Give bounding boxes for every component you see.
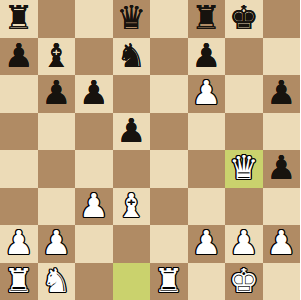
square-a1[interactable]: ♜ bbox=[0, 263, 38, 300]
square-h8[interactable] bbox=[263, 0, 301, 38]
square-b2[interactable]: ♟ bbox=[38, 225, 76, 263]
white-king-piece[interactable]: ♚ bbox=[229, 262, 259, 300]
square-b5[interactable] bbox=[38, 113, 76, 151]
white-queen-piece[interactable]: ♛ bbox=[229, 149, 259, 187]
white-knight-piece[interactable]: ♞ bbox=[41, 262, 71, 300]
square-c1[interactable] bbox=[75, 263, 113, 300]
square-d1[interactable] bbox=[113, 263, 151, 300]
square-a5[interactable] bbox=[0, 113, 38, 151]
square-h7[interactable] bbox=[263, 38, 301, 76]
white-bishop-piece[interactable]: ♝ bbox=[116, 187, 146, 225]
square-g7[interactable] bbox=[225, 38, 263, 76]
black-pawn-piece[interactable]: ♟ bbox=[4, 37, 34, 75]
square-a6[interactable] bbox=[0, 75, 38, 113]
white-rook-piece[interactable]: ♜ bbox=[4, 262, 34, 300]
black-knight-piece[interactable]: ♞ bbox=[116, 37, 146, 75]
square-f1[interactable] bbox=[188, 263, 226, 300]
square-a4[interactable] bbox=[0, 150, 38, 188]
square-g2[interactable]: ♟ bbox=[225, 225, 263, 263]
square-c2[interactable] bbox=[75, 225, 113, 263]
square-b1[interactable]: ♞ bbox=[38, 263, 76, 300]
square-f5[interactable] bbox=[188, 113, 226, 151]
black-pawn-piece[interactable]: ♟ bbox=[116, 112, 146, 150]
square-b3[interactable] bbox=[38, 188, 76, 226]
square-e7[interactable] bbox=[150, 38, 188, 76]
square-h6[interactable]: ♟ bbox=[263, 75, 301, 113]
black-pawn-piece[interactable]: ♟ bbox=[266, 74, 296, 112]
square-d2[interactable] bbox=[113, 225, 151, 263]
square-e3[interactable] bbox=[150, 188, 188, 226]
square-f3[interactable] bbox=[188, 188, 226, 226]
black-pawn-piece[interactable]: ♟ bbox=[41, 74, 71, 112]
white-pawn-piece[interactable]: ♟ bbox=[229, 224, 259, 262]
square-f8[interactable]: ♜ bbox=[188, 0, 226, 38]
square-e8[interactable] bbox=[150, 0, 188, 38]
square-b4[interactable] bbox=[38, 150, 76, 188]
square-a2[interactable]: ♟ bbox=[0, 225, 38, 263]
square-h4[interactable]: ♟ bbox=[263, 150, 301, 188]
square-e1[interactable]: ♜ bbox=[150, 263, 188, 300]
square-e6[interactable] bbox=[150, 75, 188, 113]
square-f7[interactable]: ♟ bbox=[188, 38, 226, 76]
square-c3[interactable]: ♟ bbox=[75, 188, 113, 226]
square-g5[interactable] bbox=[225, 113, 263, 151]
black-rook-piece[interactable]: ♜ bbox=[4, 0, 34, 37]
white-pawn-piece[interactable]: ♟ bbox=[191, 224, 221, 262]
square-c6[interactable]: ♟ bbox=[75, 75, 113, 113]
square-c8[interactable] bbox=[75, 0, 113, 38]
black-rook-piece[interactable]: ♜ bbox=[191, 0, 221, 37]
square-c5[interactable] bbox=[75, 113, 113, 151]
square-d4[interactable] bbox=[113, 150, 151, 188]
square-d5[interactable]: ♟ bbox=[113, 113, 151, 151]
square-g3[interactable] bbox=[225, 188, 263, 226]
square-a3[interactable] bbox=[0, 188, 38, 226]
white-pawn-piece[interactable]: ♟ bbox=[79, 187, 109, 225]
square-b8[interactable] bbox=[38, 0, 76, 38]
square-f2[interactable]: ♟ bbox=[188, 225, 226, 263]
square-c7[interactable] bbox=[75, 38, 113, 76]
square-d6[interactable] bbox=[113, 75, 151, 113]
square-e2[interactable] bbox=[150, 225, 188, 263]
square-g8[interactable]: ♚ bbox=[225, 0, 263, 38]
square-f4[interactable] bbox=[188, 150, 226, 188]
square-h3[interactable] bbox=[263, 188, 301, 226]
square-a7[interactable]: ♟ bbox=[0, 38, 38, 76]
white-pawn-piece[interactable]: ♟ bbox=[191, 74, 221, 112]
square-d3[interactable]: ♝ bbox=[113, 188, 151, 226]
white-rook-piece[interactable]: ♜ bbox=[154, 262, 184, 300]
black-bishop-piece[interactable]: ♝ bbox=[41, 37, 71, 75]
square-f6[interactable]: ♟ bbox=[188, 75, 226, 113]
black-queen-piece[interactable]: ♛ bbox=[116, 0, 146, 37]
square-h1[interactable] bbox=[263, 263, 301, 300]
square-e5[interactable] bbox=[150, 113, 188, 151]
chess-board-container: ♜♛♜♚♟♝♞♟♟♟♟♟♟♛♟♟♝♟♟♟♟♟♜♞♜♚ bbox=[0, 0, 300, 300]
square-g4[interactable]: ♛ bbox=[225, 150, 263, 188]
square-g6[interactable] bbox=[225, 75, 263, 113]
white-pawn-piece[interactable]: ♟ bbox=[266, 224, 296, 262]
square-d8[interactable]: ♛ bbox=[113, 0, 151, 38]
square-b7[interactable]: ♝ bbox=[38, 38, 76, 76]
black-pawn-piece[interactable]: ♟ bbox=[191, 37, 221, 75]
square-d7[interactable]: ♞ bbox=[113, 38, 151, 76]
square-g1[interactable]: ♚ bbox=[225, 263, 263, 300]
white-pawn-piece[interactable]: ♟ bbox=[41, 224, 71, 262]
white-pawn-piece[interactable]: ♟ bbox=[4, 224, 34, 262]
square-h2[interactable]: ♟ bbox=[263, 225, 301, 263]
square-a8[interactable]: ♜ bbox=[0, 0, 38, 38]
square-h5[interactable] bbox=[263, 113, 301, 151]
black-pawn-piece[interactable]: ♟ bbox=[266, 149, 296, 187]
black-pawn-piece[interactable]: ♟ bbox=[79, 74, 109, 112]
square-e4[interactable] bbox=[150, 150, 188, 188]
chess-board: ♜♛♜♚♟♝♞♟♟♟♟♟♟♛♟♟♝♟♟♟♟♟♜♞♜♚ bbox=[0, 0, 300, 300]
black-king-piece[interactable]: ♚ bbox=[229, 0, 259, 37]
square-c4[interactable] bbox=[75, 150, 113, 188]
square-b6[interactable]: ♟ bbox=[38, 75, 76, 113]
